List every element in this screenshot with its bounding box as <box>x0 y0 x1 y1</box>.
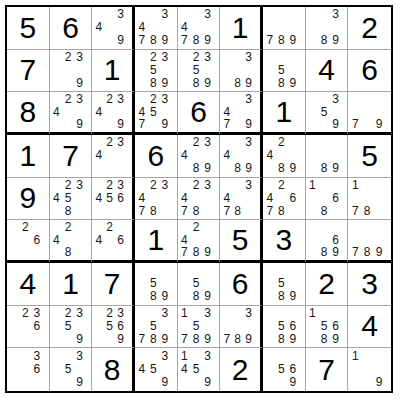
candidate-6: 6 <box>330 192 342 205</box>
cell-r4c3[interactable]: 234 <box>92 135 135 178</box>
candidates: 79 <box>349 93 385 130</box>
candidate-2: 2 <box>104 93 115 105</box>
cell-r5c6[interactable]: 3478 <box>220 178 263 221</box>
cell-r8c6[interactable]: 3789 <box>220 306 263 349</box>
solved-digit: 7 <box>19 55 36 85</box>
candidate-4: 4 <box>179 363 191 376</box>
cell-r7c1[interactable]: 4 <box>7 263 50 306</box>
candidate-9: 9 <box>330 34 342 47</box>
solved-digit: 2 <box>232 355 249 385</box>
solved-digit: 1 <box>232 13 249 43</box>
candidate-5: 5 <box>62 192 74 205</box>
candidate-9: 9 <box>287 290 299 303</box>
candidate-2: 2 <box>276 179 288 192</box>
candidate-3: 3 <box>159 349 171 362</box>
candidates: 569 <box>264 349 299 389</box>
cell-r7c3[interactable]: 7 <box>92 263 135 306</box>
candidates: 246 <box>93 221 126 258</box>
candidate-5: 5 <box>148 106 160 118</box>
candidates: 236 <box>8 307 43 346</box>
cell-r7c7[interactable]: 589 <box>263 263 306 306</box>
cell-r9c7[interactable]: 569 <box>263 348 306 391</box>
cell-r7c6[interactable]: 6 <box>220 263 263 306</box>
candidates: 35789 <box>136 307 171 346</box>
candidate-2: 2 <box>104 136 115 149</box>
candidate-8: 8 <box>276 332 288 345</box>
candidate-3: 3 <box>330 8 342 21</box>
candidate-8: 8 <box>232 332 243 345</box>
candidate-9: 9 <box>287 376 299 389</box>
cell-r8c4[interactable]: 35789 <box>135 306 178 349</box>
candidates: 168 <box>307 179 342 218</box>
cell-r1c6[interactable]: 1 <box>220 7 263 50</box>
cell-r9c8[interactable]: 7 <box>306 348 349 391</box>
cell-r9c6[interactable]: 2 <box>220 348 263 391</box>
candidate-5: 5 <box>62 320 74 333</box>
candidate-9: 9 <box>373 376 385 389</box>
candidate-1: 1 <box>307 307 319 320</box>
cell-r2c1[interactable]: 7 <box>7 50 50 93</box>
candidate-5: 5 <box>318 320 330 333</box>
cell-r6c4[interactable]: 1 <box>135 220 178 263</box>
cell-r5c4[interactable]: 23478 <box>135 178 178 221</box>
candidate-3: 3 <box>159 307 171 320</box>
candidate-9: 9 <box>373 118 385 130</box>
candidate-1: 1 <box>307 179 319 192</box>
candidates: 3489 <box>221 136 254 175</box>
cell-r3c3[interactable]: 2349 <box>92 92 135 135</box>
candidate-8: 8 <box>361 204 373 217</box>
candidate-9: 9 <box>159 290 171 303</box>
candidate-3: 3 <box>202 8 214 21</box>
candidate-6: 6 <box>31 320 43 333</box>
candidate-1: 1 <box>349 179 361 192</box>
cell-r1c1[interactable]: 5 <box>7 7 50 50</box>
candidate-2: 2 <box>62 221 74 233</box>
solved-digit: 5 <box>19 13 36 43</box>
candidates: 789 <box>349 221 385 258</box>
cell-r6c6[interactable]: 5 <box>220 220 263 263</box>
candidate-2: 2 <box>104 221 115 233</box>
candidate-4: 4 <box>179 192 191 205</box>
candidate-6: 6 <box>115 192 126 205</box>
candidate-3: 3 <box>74 51 86 64</box>
candidate-2: 2 <box>62 51 74 64</box>
candidate-6: 6 <box>287 192 299 205</box>
candidate-6: 6 <box>330 320 342 333</box>
cell-r2c6[interactable]: 389 <box>220 50 263 93</box>
candidate-4: 4 <box>93 149 104 162</box>
candidate-9: 9 <box>159 118 171 130</box>
cell-r1c3[interactable]: 349 <box>92 7 135 50</box>
cell-r9c3[interactable]: 8 <box>92 348 135 391</box>
cell-r4c9[interactable]: 5 <box>348 135 391 178</box>
candidate-8: 8 <box>190 246 202 258</box>
candidate-3: 3 <box>31 307 43 320</box>
candidates: 2349 <box>51 93 86 130</box>
solved-digit: 1 <box>147 225 164 255</box>
candidate-9: 9 <box>243 118 254 130</box>
candidate-5: 5 <box>148 363 160 376</box>
candidates: 359 <box>51 349 86 389</box>
solved-digit: 4 <box>361 311 378 341</box>
candidates: 36 <box>8 349 43 389</box>
candidate-5: 5 <box>318 106 330 118</box>
cell-r5c3[interactable]: 23456 <box>92 178 135 221</box>
cell-r5c9[interactable]: 178 <box>348 178 391 221</box>
solved-digit: 5 <box>361 141 378 171</box>
candidate-3: 3 <box>202 349 214 362</box>
candidate-6: 6 <box>287 320 299 333</box>
candidate-4: 4 <box>221 192 232 205</box>
candidate-9: 9 <box>115 34 126 47</box>
candidate-3: 3 <box>159 8 171 21</box>
candidate-5: 5 <box>190 277 202 290</box>
candidate-6: 6 <box>31 234 43 246</box>
candidate-7: 7 <box>136 332 148 345</box>
cell-r2c2[interactable]: 239 <box>50 50 93 93</box>
candidate-2: 2 <box>190 221 202 233</box>
solved-digit: 1 <box>275 97 292 127</box>
candidates: 349 <box>93 8 126 47</box>
cell-r6c9[interactable]: 789 <box>348 220 391 263</box>
candidate-4: 4 <box>221 106 232 118</box>
candidates: 359 <box>307 93 342 130</box>
cell-r9c1[interactable]: 36 <box>7 348 50 391</box>
cell-r9c2[interactable]: 359 <box>50 348 93 391</box>
candidate-6: 6 <box>330 234 342 246</box>
candidate-4: 4 <box>136 363 148 376</box>
cell-r9c4[interactable]: 3459 <box>135 348 178 391</box>
candidate-7: 7 <box>264 34 276 47</box>
candidate-9: 9 <box>74 332 86 345</box>
cell-r2c5[interactable]: 23589 <box>178 50 221 93</box>
cell-r1c4[interactable]: 34789 <box>135 7 178 50</box>
candidate-3: 3 <box>74 179 86 192</box>
candidate-8: 8 <box>148 204 160 217</box>
cell-r4c2[interactable]: 7 <box>50 135 93 178</box>
cell-r1c5[interactable]: 34789 <box>178 7 221 50</box>
candidate-8: 8 <box>190 162 202 175</box>
candidate-2: 2 <box>104 179 115 192</box>
cell-r5c5[interactable]: 23478 <box>178 178 221 221</box>
cell-r3c9[interactable]: 79 <box>348 92 391 135</box>
candidate-7: 7 <box>221 204 232 217</box>
candidates: 135789 <box>179 307 214 346</box>
candidates: 248 <box>51 221 86 258</box>
candidate-3: 3 <box>115 307 126 320</box>
candidate-3: 3 <box>243 307 254 320</box>
candidate-8: 8 <box>148 76 160 89</box>
candidate-9: 9 <box>159 332 171 345</box>
candidates: 23589 <box>179 51 214 90</box>
solved-digit: 7 <box>62 141 79 171</box>
candidates: 589 <box>264 51 299 90</box>
candidates: 389 <box>307 8 342 47</box>
candidate-6: 6 <box>31 363 43 376</box>
candidates: 23478 <box>136 179 171 218</box>
cell-r6c5[interactable]: 24789 <box>178 220 221 263</box>
candidates: 26 <box>8 221 43 258</box>
cell-r3c6[interactable]: 3479 <box>220 92 263 135</box>
cell-r3c7[interactable]: 1 <box>263 92 306 135</box>
candidate-9: 9 <box>115 332 126 345</box>
candidate-4: 4 <box>136 106 148 118</box>
candidates: 23456 <box>93 179 126 218</box>
cell-r4c6[interactable]: 3489 <box>220 135 263 178</box>
candidate-7: 7 <box>349 118 361 130</box>
candidate-3: 3 <box>202 51 214 64</box>
candidate-4: 4 <box>51 234 63 246</box>
cell-r1c2[interactable]: 6 <box>50 7 93 50</box>
candidates: 234 <box>93 136 126 175</box>
candidate-4: 4 <box>93 192 104 205</box>
candidate-2: 2 <box>148 93 160 105</box>
candidate-9: 9 <box>243 332 254 345</box>
candidates: 24789 <box>179 221 214 258</box>
candidate-2: 2 <box>20 307 32 320</box>
cell-r4c5[interactable]: 23489 <box>178 135 221 178</box>
candidate-3: 3 <box>31 349 43 362</box>
candidates: 23478 <box>179 179 214 218</box>
cell-r3c2[interactable]: 2349 <box>50 92 93 135</box>
cell-r7c4[interactable]: 589 <box>135 263 178 306</box>
solved-digit: 6 <box>62 13 79 43</box>
candidates: 24678 <box>264 179 299 218</box>
candidate-7: 7 <box>221 118 232 130</box>
sudoku-board: 5634934789347891789389272391235892358938… <box>5 5 393 393</box>
candidates: 689 <box>307 221 342 258</box>
candidates: 2359 <box>51 307 86 346</box>
cell-r5c7[interactable]: 24678 <box>263 178 306 221</box>
cell-r6c8[interactable]: 689 <box>306 220 349 263</box>
candidate-3: 3 <box>159 93 171 105</box>
candidate-9: 9 <box>159 376 171 389</box>
candidates: 3789 <box>221 307 254 346</box>
cell-r5c8[interactable]: 168 <box>306 178 349 221</box>
cell-r8c3[interactable]: 23569 <box>92 306 135 349</box>
candidate-8: 8 <box>190 34 202 47</box>
candidate-5: 5 <box>276 277 288 290</box>
cell-r3c8[interactable]: 359 <box>306 92 349 135</box>
candidate-8: 8 <box>190 332 202 345</box>
candidate-4: 4 <box>51 192 63 205</box>
candidate-8: 8 <box>148 34 160 47</box>
candidate-9: 9 <box>330 332 342 345</box>
candidate-5: 5 <box>276 64 288 77</box>
candidate-2: 2 <box>190 179 202 192</box>
candidates: 23589 <box>136 51 171 90</box>
candidates: 589 <box>136 264 171 303</box>
cell-r2c3[interactable]: 1 <box>92 50 135 93</box>
cell-r4c7[interactable]: 2489 <box>263 135 306 178</box>
candidate-4: 4 <box>179 149 191 162</box>
candidate-3: 3 <box>159 51 171 64</box>
candidate-5: 5 <box>276 320 288 333</box>
candidates: 34789 <box>136 8 171 47</box>
candidate-2: 2 <box>62 307 74 320</box>
candidate-2: 2 <box>276 136 288 149</box>
candidates: 19 <box>349 349 385 389</box>
candidate-8: 8 <box>276 34 288 47</box>
cell-r3c4[interactable]: 234579 <box>135 92 178 135</box>
candidate-9: 9 <box>287 76 299 89</box>
solved-digit: 7 <box>318 355 335 385</box>
candidate-7: 7 <box>136 204 148 217</box>
candidates: 589 <box>179 264 214 303</box>
cell-r8c8[interactable]: 15689 <box>306 306 349 349</box>
candidate-6: 6 <box>287 363 299 376</box>
candidate-5: 5 <box>104 320 115 333</box>
cell-r8c9[interactable]: 4 <box>348 306 391 349</box>
candidate-8: 8 <box>62 246 74 258</box>
candidate-8: 8 <box>276 290 288 303</box>
cell-r5c1[interactable]: 9 <box>7 178 50 221</box>
cell-r4c1[interactable]: 1 <box>7 135 50 178</box>
candidate-4: 4 <box>93 234 104 246</box>
candidate-3: 3 <box>243 136 254 149</box>
cell-r5c2[interactable]: 23458 <box>50 178 93 221</box>
candidate-7: 7 <box>136 118 148 130</box>
solved-digit: 1 <box>62 269 79 299</box>
cell-r7c8[interactable]: 2 <box>306 263 349 306</box>
solved-digit: 1 <box>104 55 121 85</box>
candidate-1: 1 <box>179 349 191 362</box>
candidate-6: 6 <box>115 320 126 333</box>
solved-digit: 8 <box>104 355 121 385</box>
cell-r6c3[interactable]: 246 <box>92 220 135 263</box>
solved-digit: 6 <box>361 55 378 85</box>
solved-digit: 8 <box>19 97 36 127</box>
candidate-9: 9 <box>243 76 254 89</box>
cell-r2c9[interactable]: 6 <box>348 50 391 93</box>
cell-r7c9[interactable]: 3 <box>348 263 391 306</box>
candidate-3: 3 <box>243 179 254 192</box>
candidate-9: 9 <box>202 290 214 303</box>
candidate-5: 5 <box>148 320 160 333</box>
cell-r9c9[interactable]: 19 <box>348 348 391 391</box>
cell-r4c8[interactable]: 89 <box>306 135 349 178</box>
candidates: 3478 <box>221 179 254 218</box>
candidate-2: 2 <box>190 136 202 149</box>
candidate-9: 9 <box>330 246 342 258</box>
candidate-8: 8 <box>232 204 243 217</box>
candidate-9: 9 <box>202 332 214 345</box>
solved-digit: 3 <box>361 269 378 299</box>
candidate-7: 7 <box>179 34 191 47</box>
candidate-5: 5 <box>148 64 160 77</box>
cell-r4c4[interactable]: 6 <box>135 135 178 178</box>
solved-digit: 4 <box>318 55 335 85</box>
candidate-1: 1 <box>179 307 191 320</box>
candidate-8: 8 <box>318 162 330 175</box>
candidate-2: 2 <box>20 221 32 233</box>
cell-r7c2[interactable]: 1 <box>50 263 93 306</box>
cell-r8c1[interactable]: 236 <box>7 306 50 349</box>
cell-r8c7[interactable]: 5689 <box>263 306 306 349</box>
candidate-8: 8 <box>190 76 202 89</box>
candidate-3: 3 <box>115 179 126 192</box>
candidate-5: 5 <box>62 363 74 376</box>
candidates: 178 <box>349 179 385 218</box>
solved-digit: 6 <box>190 97 207 127</box>
candidate-8: 8 <box>148 290 160 303</box>
candidate-9: 9 <box>373 246 385 258</box>
candidate-8: 8 <box>190 204 202 217</box>
candidates: 239 <box>51 51 86 90</box>
cell-r7c5[interactable]: 589 <box>178 263 221 306</box>
candidate-5: 5 <box>190 363 202 376</box>
cell-r6c1[interactable]: 26 <box>7 220 50 263</box>
candidate-7: 7 <box>349 246 361 258</box>
candidate-3: 3 <box>115 136 126 149</box>
candidates: 15689 <box>307 307 342 346</box>
cell-r3c5[interactable]: 6 <box>178 92 221 135</box>
cell-r8c5[interactable]: 135789 <box>178 306 221 349</box>
candidate-3: 3 <box>243 51 254 64</box>
cell-r1c9[interactable]: 2 <box>348 7 391 50</box>
candidate-6: 6 <box>115 234 126 246</box>
candidate-2: 2 <box>62 179 74 192</box>
cell-r9c5[interactable]: 13459 <box>178 348 221 391</box>
candidate-3: 3 <box>202 179 214 192</box>
cell-r3c1[interactable]: 8 <box>7 92 50 135</box>
candidate-4: 4 <box>93 21 104 34</box>
cell-r2c8[interactable]: 4 <box>306 50 349 93</box>
candidate-9: 9 <box>243 162 254 175</box>
candidate-9: 9 <box>202 376 214 389</box>
candidate-9: 9 <box>287 162 299 175</box>
candidate-8: 8 <box>232 162 243 175</box>
candidates: 89 <box>307 136 342 175</box>
candidate-5: 5 <box>104 192 115 205</box>
candidate-9: 9 <box>287 34 299 47</box>
candidate-3: 3 <box>74 349 86 362</box>
candidate-7: 7 <box>179 204 191 217</box>
candidate-8: 8 <box>190 290 202 303</box>
candidates: 34789 <box>179 8 214 47</box>
candidate-9: 9 <box>74 118 86 130</box>
cell-r2c7[interactable]: 589 <box>263 50 306 93</box>
candidates: 23569 <box>93 307 126 346</box>
cell-r1c8[interactable]: 389 <box>306 7 349 50</box>
candidate-4: 4 <box>136 21 148 34</box>
candidates: 789 <box>264 8 299 47</box>
cell-r6c2[interactable]: 248 <box>50 220 93 263</box>
candidate-8: 8 <box>318 332 330 345</box>
cell-r6c7[interactable]: 3 <box>263 220 306 263</box>
candidate-7: 7 <box>221 332 232 345</box>
candidate-2: 2 <box>62 93 74 105</box>
candidate-4: 4 <box>93 106 104 118</box>
candidate-9: 9 <box>202 76 214 89</box>
candidate-9: 9 <box>159 76 171 89</box>
cell-r2c4[interactable]: 23589 <box>135 50 178 93</box>
solved-digit: 1 <box>19 141 36 171</box>
cell-r8c2[interactable]: 2359 <box>50 306 93 349</box>
candidate-7: 7 <box>264 204 276 217</box>
candidate-3: 3 <box>330 93 342 105</box>
cell-r1c7[interactable]: 789 <box>263 7 306 50</box>
solved-digit: 6 <box>232 269 249 299</box>
candidate-9: 9 <box>159 34 171 47</box>
candidate-2: 2 <box>190 51 202 64</box>
candidate-3: 3 <box>202 136 214 149</box>
candidate-9: 9 <box>330 118 342 130</box>
candidate-4: 4 <box>221 149 232 162</box>
candidates: 13459 <box>179 349 214 389</box>
candidate-2: 2 <box>148 179 160 192</box>
